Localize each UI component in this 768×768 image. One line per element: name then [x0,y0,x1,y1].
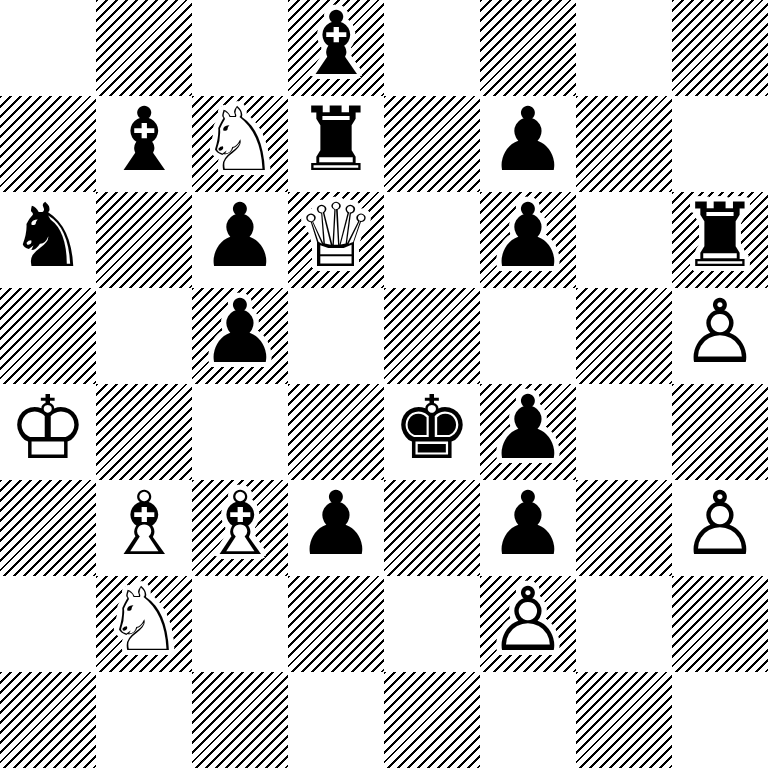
piece-white-pawn[interactable]: ♟♙ [672,480,768,576]
piece-white-pawn[interactable]: ♟♙ [480,576,576,672]
square-e5[interactable] [384,288,480,384]
piece-black-king[interactable]: ♚♚ [384,384,480,480]
piece-black-bishop[interactable]: ♝♝ [288,0,384,96]
square-f6[interactable]: ♟♟ [480,192,576,288]
piece-face: ♔ [9,384,88,472]
piece-white-bishop[interactable]: ♝♗ [192,480,288,576]
square-f5[interactable] [480,288,576,384]
piece-face: ♗ [105,480,184,568]
square-h6[interactable]: ♜♜ [672,192,768,288]
square-d1[interactable] [288,672,384,768]
square-c5[interactable]: ♟♟ [192,288,288,384]
square-g3[interactable] [576,480,672,576]
piece-black-pawn[interactable]: ♟♟ [480,96,576,192]
piece-white-knight[interactable]: ♞♘ [96,576,192,672]
piece-face: ♞ [9,192,88,280]
chess-board: ♝♝♝♝♞♘♜♜♟♟♞♞♟♟♛♕♟♟♜♜♟♟♟♙♚♔♚♚♟♟♝♗♝♗♟♟♟♟♟♙… [0,0,768,768]
square-e4[interactable]: ♚♚ [384,384,480,480]
piece-face: ♚ [393,384,472,472]
square-d7[interactable]: ♜♜ [288,96,384,192]
piece-black-knight[interactable]: ♞♞ [0,192,96,288]
piece-face: ♜ [297,96,376,184]
square-e8[interactable] [384,0,480,96]
square-e3[interactable] [384,480,480,576]
square-b1[interactable] [96,672,192,768]
piece-black-pawn[interactable]: ♟♟ [192,192,288,288]
square-g5[interactable] [576,288,672,384]
piece-face: ♘ [201,96,280,184]
square-a8[interactable] [0,0,96,96]
square-c4[interactable] [192,384,288,480]
piece-white-queen[interactable]: ♛♕ [288,192,384,288]
square-a5[interactable] [0,288,96,384]
square-d2[interactable] [288,576,384,672]
piece-face: ♟ [201,288,280,376]
square-e1[interactable] [384,672,480,768]
square-h3[interactable]: ♟♙ [672,480,768,576]
square-e2[interactable] [384,576,480,672]
square-a2[interactable] [0,576,96,672]
square-c6[interactable]: ♟♟ [192,192,288,288]
square-b6[interactable] [96,192,192,288]
square-g8[interactable] [576,0,672,96]
piece-black-pawn[interactable]: ♟♟ [192,288,288,384]
square-h4[interactable] [672,384,768,480]
square-h7[interactable] [672,96,768,192]
square-a4[interactable]: ♚♔ [0,384,96,480]
square-f2[interactable]: ♟♙ [480,576,576,672]
square-b8[interactable] [96,0,192,96]
piece-face: ♟ [489,480,568,568]
piece-black-rook[interactable]: ♜♜ [672,192,768,288]
piece-face: ♟ [489,96,568,184]
square-a6[interactable]: ♞♞ [0,192,96,288]
square-e6[interactable] [384,192,480,288]
square-b4[interactable] [96,384,192,480]
piece-face: ♟ [489,192,568,280]
square-b7[interactable]: ♝♝ [96,96,192,192]
piece-face: ♕ [297,192,376,280]
piece-face: ♘ [105,576,184,664]
piece-black-pawn[interactable]: ♟♟ [480,384,576,480]
piece-black-pawn[interactable]: ♟♟ [480,480,576,576]
square-b2[interactable]: ♞♘ [96,576,192,672]
square-h5[interactable]: ♟♙ [672,288,768,384]
square-d3[interactable]: ♟♟ [288,480,384,576]
square-g7[interactable] [576,96,672,192]
piece-face: ♝ [105,96,184,184]
piece-face: ♟ [201,192,280,280]
square-d6[interactable]: ♛♕ [288,192,384,288]
square-a1[interactable] [0,672,96,768]
piece-white-knight[interactable]: ♞♘ [192,96,288,192]
piece-white-bishop[interactable]: ♝♗ [96,480,192,576]
piece-black-pawn[interactable]: ♟♟ [480,192,576,288]
piece-face: ♟ [297,480,376,568]
square-c2[interactable] [192,576,288,672]
square-b5[interactable] [96,288,192,384]
square-c7[interactable]: ♞♘ [192,96,288,192]
square-d5[interactable] [288,288,384,384]
square-f3[interactable]: ♟♟ [480,480,576,576]
square-f8[interactable] [480,0,576,96]
square-h1[interactable] [672,672,768,768]
square-c1[interactable] [192,672,288,768]
square-c3[interactable]: ♝♗ [192,480,288,576]
piece-face: ♙ [681,480,760,568]
piece-face: ♙ [681,288,760,376]
piece-face: ♟ [489,384,568,472]
piece-face: ♗ [201,480,280,568]
piece-white-pawn[interactable]: ♟♙ [672,288,768,384]
square-f7[interactable]: ♟♟ [480,96,576,192]
square-e7[interactable] [384,96,480,192]
square-h8[interactable] [672,0,768,96]
piece-black-rook[interactable]: ♜♜ [288,96,384,192]
square-f4[interactable]: ♟♟ [480,384,576,480]
square-h2[interactable] [672,576,768,672]
square-a7[interactable] [0,96,96,192]
square-f1[interactable] [480,672,576,768]
square-g1[interactable] [576,672,672,768]
piece-white-king[interactable]: ♚♔ [0,384,96,480]
piece-black-pawn[interactable]: ♟♟ [288,480,384,576]
square-d8[interactable]: ♝♝ [288,0,384,96]
square-g6[interactable] [576,192,672,288]
square-a3[interactable] [0,480,96,576]
piece-black-bishop[interactable]: ♝♝ [96,96,192,192]
square-c8[interactable] [192,0,288,96]
piece-face: ♝ [297,0,376,88]
square-d4[interactable] [288,384,384,480]
piece-face: ♙ [489,576,568,664]
square-g4[interactable] [576,384,672,480]
piece-face: ♜ [681,192,760,280]
square-b3[interactable]: ♝♗ [96,480,192,576]
square-g2[interactable] [576,576,672,672]
